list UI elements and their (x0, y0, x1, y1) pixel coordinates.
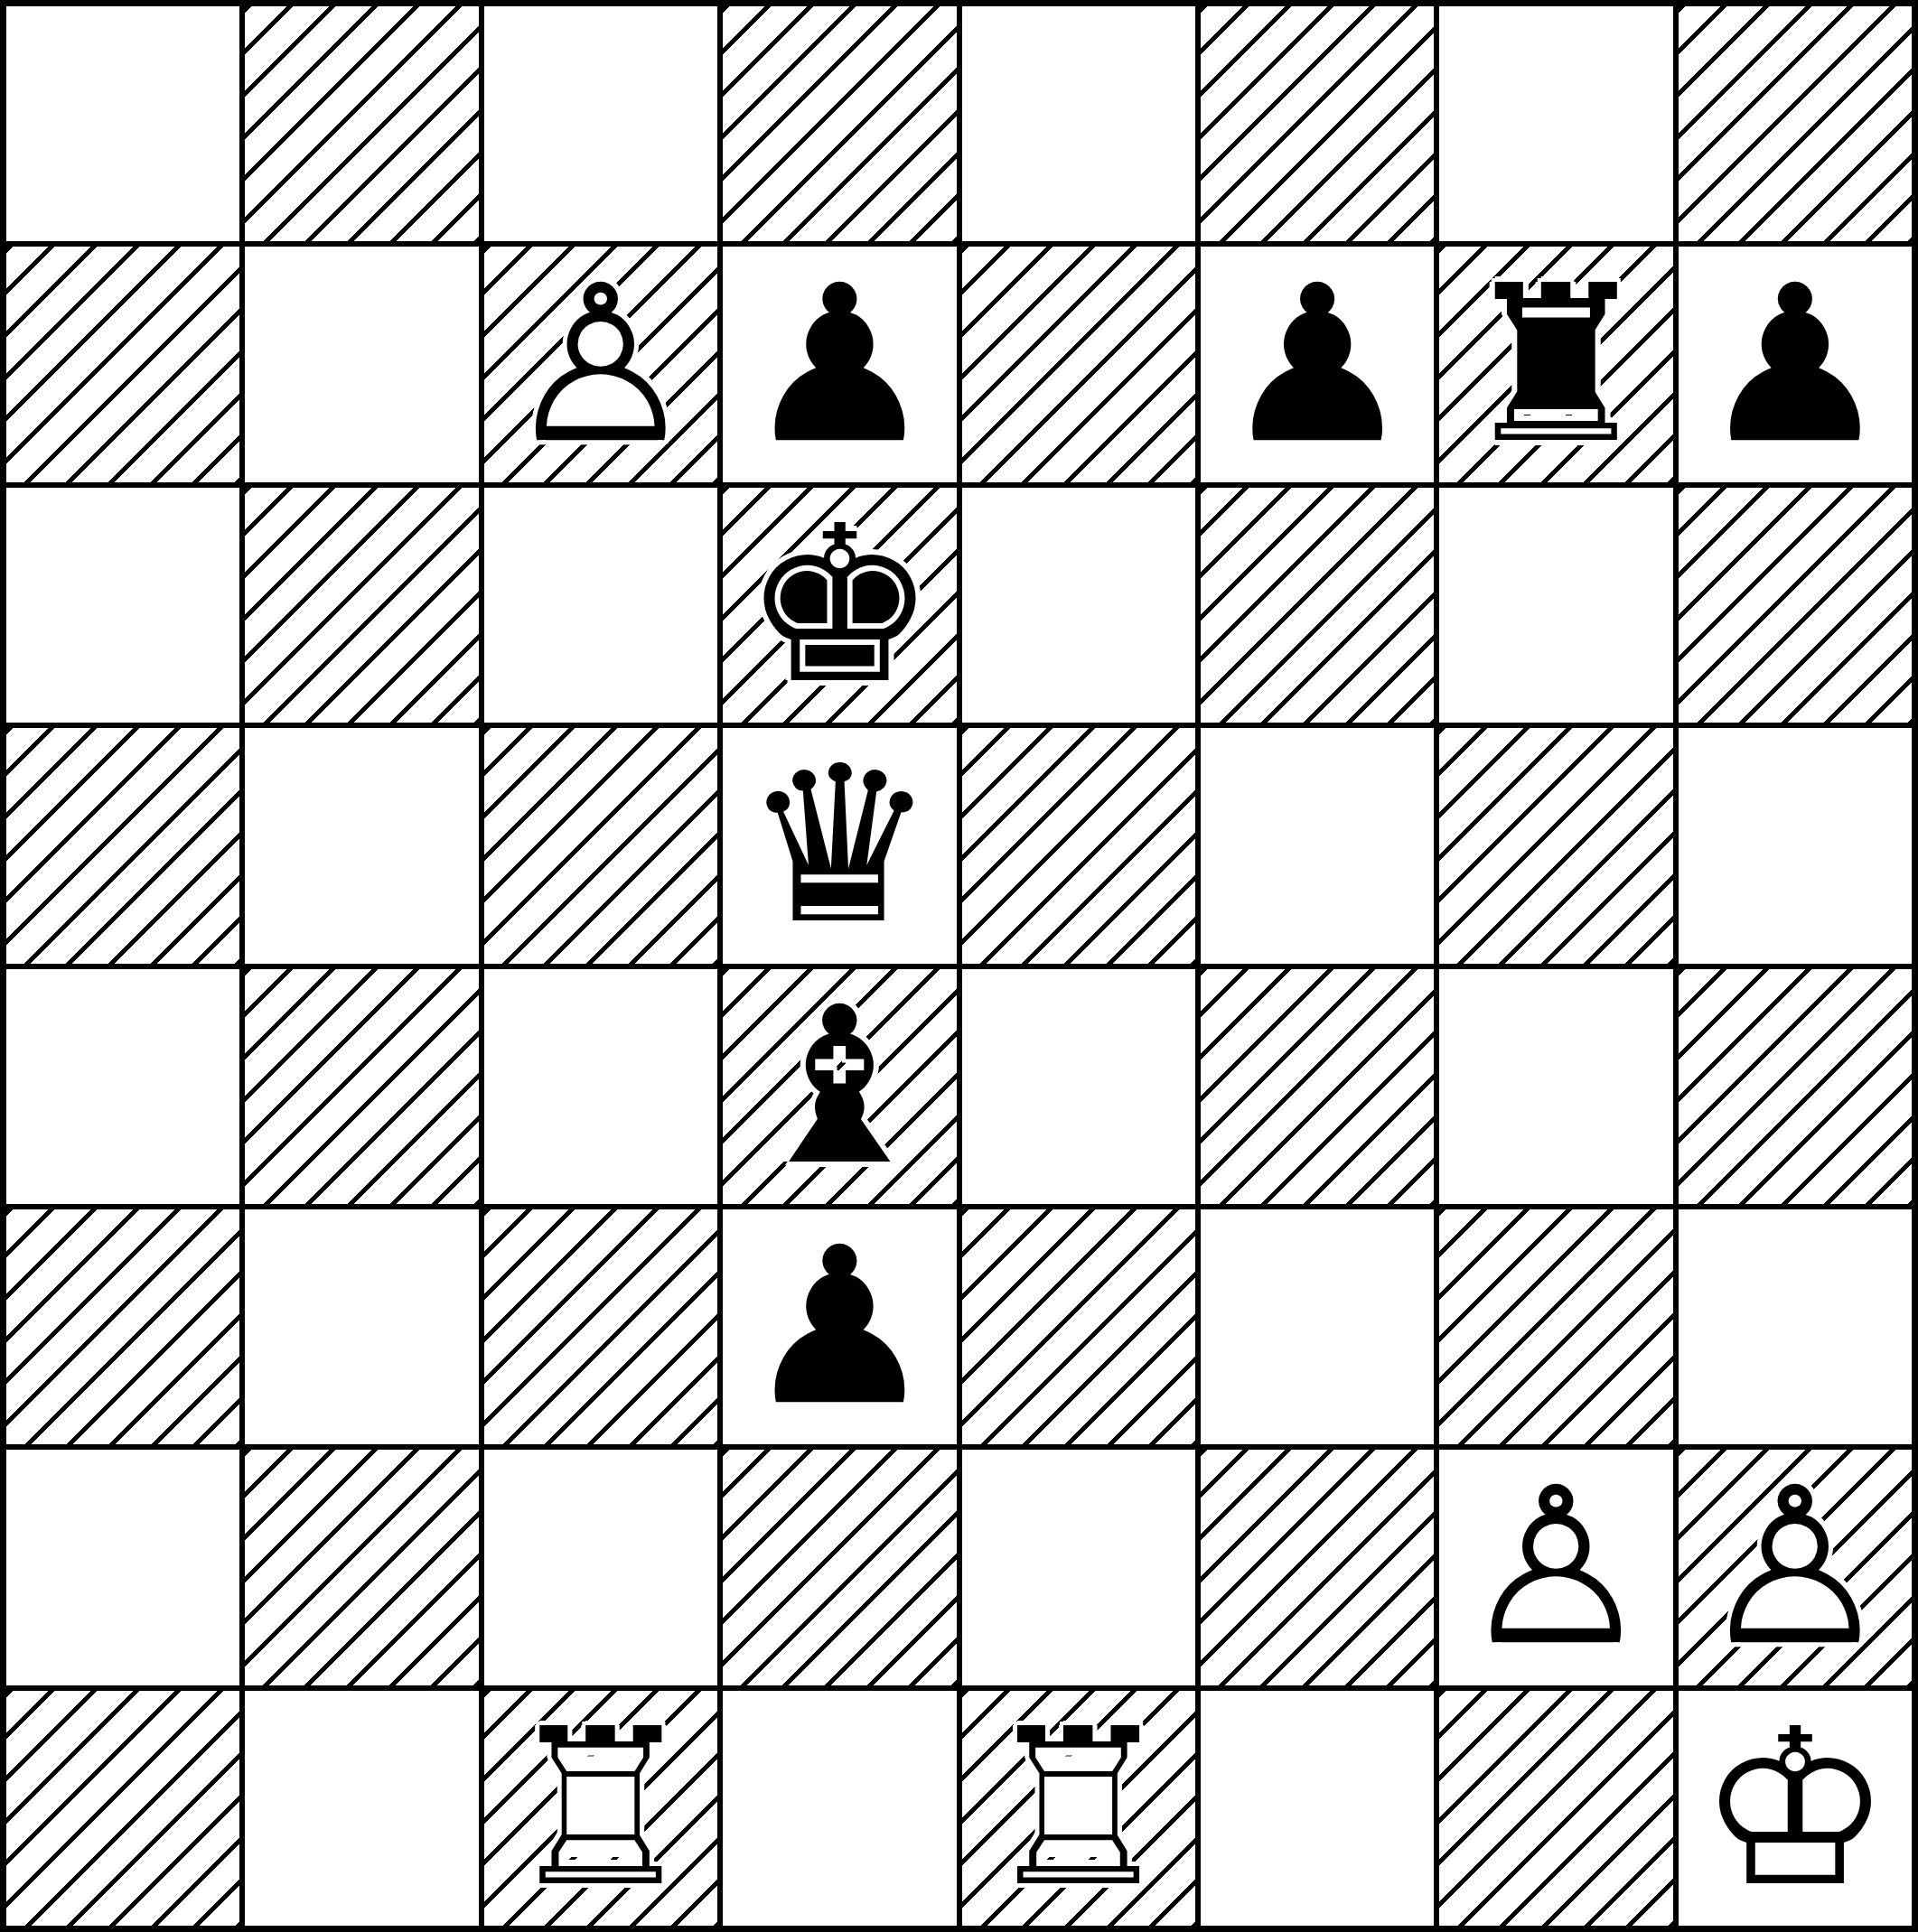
square-b6[interactable] (242, 485, 481, 725)
square-a1[interactable] (4, 1688, 242, 1928)
square-c4[interactable] (482, 966, 720, 1207)
square-f7[interactable]: ♟ (1198, 244, 1436, 484)
square-e7[interactable] (959, 244, 1198, 484)
square-g3[interactable] (1436, 1207, 1675, 1447)
square-a2[interactable] (4, 1447, 242, 1687)
square-e6[interactable] (959, 485, 1198, 725)
square-f6[interactable] (1198, 485, 1436, 725)
square-b8[interactable] (242, 4, 481, 244)
square-h5[interactable] (1676, 725, 1914, 966)
square-a6[interactable] (4, 485, 242, 725)
chess-board: ♟♙♟♟♜♟♚♛♝♟♟♙♟♙♜♖♜♖♚♔ (0, 0, 1918, 1932)
square-h7[interactable]: ♟ (1676, 244, 1914, 484)
square-d5[interactable]: ♛ (720, 725, 959, 966)
square-d7[interactable]: ♟ (720, 244, 959, 484)
square-b1[interactable] (242, 1688, 481, 1928)
square-h4[interactable] (1676, 966, 1914, 1207)
square-d1[interactable] (720, 1688, 959, 1928)
square-e3[interactable] (959, 1207, 1198, 1447)
square-c8[interactable] (482, 4, 720, 244)
square-e4[interactable] (959, 966, 1198, 1207)
piece-outline: ♙ (1698, 1459, 1892, 1675)
square-d8[interactable] (720, 4, 959, 244)
square-b3[interactable] (242, 1207, 481, 1447)
black-bishop-icon: ♝ (723, 969, 956, 1204)
piece-glyph: ♛ (743, 737, 937, 954)
piece-glyph: ♜ (1459, 257, 1653, 473)
white-rook-icon: ♜♖ (484, 1691, 717, 1926)
piece-fill: ♜ (981, 1700, 1175, 1917)
piece-glyph: ♟ (1698, 257, 1892, 473)
square-b5[interactable] (242, 725, 481, 966)
square-f5[interactable] (1198, 725, 1436, 966)
square-h1[interactable]: ♚♔ (1676, 1688, 1914, 1928)
black-pawn-icon: ♟ (1679, 247, 1912, 481)
square-c1[interactable]: ♜♖ (482, 1688, 720, 1928)
piece-glyph: ♟ (1220, 257, 1414, 473)
square-b2[interactable] (242, 1447, 481, 1687)
square-g7[interactable]: ♜ (1436, 244, 1675, 484)
square-g6[interactable] (1436, 485, 1675, 725)
black-king-icon: ♚ (723, 488, 956, 723)
white-pawn-icon: ♟♙ (484, 247, 717, 481)
square-b7[interactable] (242, 244, 481, 484)
square-g5[interactable] (1436, 725, 1675, 966)
square-f2[interactable] (1198, 1447, 1436, 1687)
square-f1[interactable] (1198, 1688, 1436, 1928)
square-h8[interactable] (1676, 4, 1914, 244)
square-f4[interactable] (1198, 966, 1436, 1207)
square-d6[interactable]: ♚ (720, 485, 959, 725)
square-c5[interactable] (482, 725, 720, 966)
piece-fill: ♟ (503, 257, 697, 473)
square-d4[interactable]: ♝ (720, 966, 959, 1207)
piece-outline: ♔ (1698, 1700, 1892, 1917)
white-pawn-icon: ♟♙ (1439, 1450, 1672, 1685)
square-h2[interactable]: ♟♙ (1676, 1447, 1914, 1687)
white-king-icon: ♚♔ (1679, 1691, 1912, 1926)
square-d2[interactable] (720, 1447, 959, 1687)
square-e1[interactable]: ♜♖ (959, 1688, 1198, 1928)
black-rook-icon: ♜ (1439, 247, 1672, 481)
square-c7[interactable]: ♟♙ (482, 244, 720, 484)
piece-glyph: ♟ (743, 257, 937, 473)
piece-fill: ♚ (1698, 1700, 1892, 1917)
square-f3[interactable] (1198, 1207, 1436, 1447)
black-queen-icon: ♛ (723, 728, 956, 963)
square-a3[interactable] (4, 1207, 242, 1447)
square-h3[interactable] (1676, 1207, 1914, 1447)
square-g4[interactable] (1436, 966, 1675, 1207)
square-g2[interactable]: ♟♙ (1436, 1447, 1675, 1687)
piece-fill: ♟ (1459, 1459, 1653, 1675)
piece-outline: ♖ (503, 1700, 697, 1917)
black-pawn-icon: ♟ (723, 1209, 956, 1444)
black-pawn-icon: ♟ (1201, 247, 1434, 481)
piece-outline: ♖ (981, 1700, 1175, 1917)
square-a8[interactable] (4, 4, 242, 244)
square-b4[interactable] (242, 966, 481, 1207)
piece-glyph: ♚ (743, 497, 937, 714)
piece-fill: ♟ (1698, 1459, 1892, 1675)
piece-fill: ♜ (503, 1700, 697, 1917)
square-e2[interactable] (959, 1447, 1198, 1687)
square-g8[interactable] (1436, 4, 1675, 244)
white-pawn-icon: ♟♙ (1679, 1450, 1912, 1685)
square-g1[interactable] (1436, 1688, 1675, 1928)
white-rook-icon: ♜♖ (962, 1691, 1195, 1926)
square-c2[interactable] (482, 1447, 720, 1687)
piece-glyph: ♟ (743, 1218, 937, 1435)
piece-glyph: ♝ (743, 978, 937, 1195)
square-c6[interactable] (482, 485, 720, 725)
square-e8[interactable] (959, 4, 1198, 244)
square-a4[interactable] (4, 966, 242, 1207)
square-a5[interactable] (4, 725, 242, 966)
square-a7[interactable] (4, 244, 242, 484)
square-c3[interactable] (482, 1207, 720, 1447)
square-h6[interactable] (1676, 485, 1914, 725)
piece-outline: ♙ (1459, 1459, 1653, 1675)
piece-outline: ♙ (503, 257, 697, 473)
square-e5[interactable] (959, 725, 1198, 966)
square-d3[interactable]: ♟ (720, 1207, 959, 1447)
square-f8[interactable] (1198, 4, 1436, 244)
black-pawn-icon: ♟ (723, 247, 956, 481)
